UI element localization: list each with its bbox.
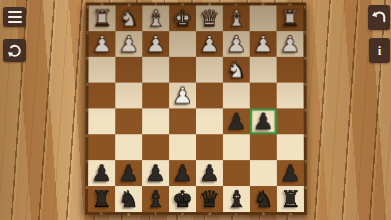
black-pawn: ♟ (253, 110, 274, 133)
black-pawn: ♟ (226, 110, 247, 133)
black-pawn: ♟ (172, 162, 193, 185)
square-c2[interactable]: ♟ (223, 31, 250, 57)
white-queen: ♛ (199, 7, 220, 30)
square-f6[interactable] (142, 134, 169, 160)
square-h2[interactable]: ♟ (89, 31, 116, 57)
square-h6[interactable] (88, 134, 115, 160)
white-bishop: ♝ (145, 7, 166, 30)
square-f4[interactable] (142, 83, 169, 109)
white-pawn: ♟ (226, 33, 247, 56)
square-h3[interactable] (88, 57, 115, 83)
white-pawn: ♟ (145, 33, 166, 56)
square-g2[interactable]: ♟ (115, 31, 142, 57)
square-d7[interactable]: ♟ (196, 160, 223, 186)
square-e5[interactable] (169, 108, 196, 134)
square-c1[interactable]: ♝ (223, 5, 250, 31)
black-pawn: ♟ (199, 162, 220, 185)
info-icon: i (378, 44, 382, 57)
white-rook: ♜ (280, 7, 301, 30)
square-a2[interactable]: ♟ (277, 31, 304, 57)
black-rook: ♜ (280, 188, 301, 211)
black-queen: ♛ (199, 188, 220, 211)
black-knight: ♞ (253, 188, 274, 211)
square-c5[interactable]: ♟ (223, 108, 250, 134)
square-h7[interactable]: ♟ (88, 160, 115, 186)
square-g4[interactable] (115, 83, 142, 109)
square-b8[interactable]: ♞ (250, 186, 277, 212)
square-g7[interactable]: ♟ (115, 160, 142, 186)
black-rook: ♜ (91, 188, 112, 211)
square-f2[interactable]: ♟ (142, 31, 169, 57)
square-d1[interactable]: ♛ (196, 5, 223, 31)
black-pawn: ♟ (145, 162, 166, 185)
square-c4[interactable] (223, 83, 250, 109)
black-pawn: ♟ (91, 162, 112, 185)
square-h4[interactable] (88, 83, 115, 109)
chess-board-frame: ♜♞♝♚♛♝♜♟♟♟♟♟♟♟♞♟♟♟♟♟♟♟♟♟♜♞♝♚♛♝♞♜ hgfedcb… (85, 2, 307, 215)
square-a5[interactable] (277, 108, 304, 134)
white-pawn: ♟ (280, 33, 301, 56)
square-a1[interactable]: ♜ (276, 5, 303, 31)
square-e6[interactable] (169, 134, 196, 160)
square-a6[interactable] (277, 134, 304, 160)
square-e8[interactable]: ♚ (169, 186, 196, 212)
square-b4[interactable] (250, 83, 277, 109)
black-knight: ♞ (118, 188, 139, 211)
square-e3[interactable] (169, 57, 196, 83)
info-button[interactable]: i (369, 38, 390, 63)
square-h8[interactable]: ♜ (88, 186, 115, 212)
square-e1[interactable]: ♚ (169, 5, 196, 31)
square-g6[interactable] (115, 134, 142, 160)
square-a7[interactable]: ♟ (277, 160, 304, 186)
white-knight: ♞ (119, 7, 140, 30)
file-labels-bottom: hgfedcba (88, 212, 304, 215)
rotate-arrow-icon (7, 43, 23, 59)
square-b3[interactable] (250, 57, 277, 83)
menu-button[interactable] (3, 7, 26, 27)
white-pawn: ♟ (199, 33, 220, 56)
square-f7[interactable]: ♟ (142, 160, 169, 186)
white-pawn: ♟ (119, 33, 140, 56)
flip-board-button[interactable] (3, 39, 26, 62)
undo-arrow-icon (371, 9, 388, 26)
square-a8[interactable]: ♜ (277, 186, 304, 212)
square-d6[interactable] (196, 134, 223, 160)
black-bishop: ♝ (226, 188, 247, 211)
square-h1[interactable]: ♜ (89, 5, 116, 31)
square-d2[interactable]: ♟ (196, 31, 223, 57)
chess-board[interactable]: ♜♞♝♚♛♝♜♟♟♟♟♟♟♟♞♟♟♟♟♟♟♟♟♟♜♞♝♚♛♝♞♜ (88, 5, 304, 212)
white-pawn: ♟ (253, 33, 274, 56)
square-c7[interactable] (223, 160, 250, 186)
white-rook: ♜ (92, 7, 113, 30)
square-f1[interactable]: ♝ (142, 5, 169, 31)
square-g8[interactable]: ♞ (115, 186, 142, 212)
square-g3[interactable] (115, 57, 142, 83)
square-d8[interactable]: ♛ (196, 186, 223, 212)
black-pawn: ♟ (118, 162, 139, 185)
square-c6[interactable] (223, 134, 250, 160)
square-c8[interactable]: ♝ (223, 186, 250, 212)
black-bishop: ♝ (145, 188, 166, 211)
square-f3[interactable] (142, 57, 169, 83)
square-b1[interactable] (250, 5, 277, 31)
app-screen: i ♜♞♝♚♛♝♜♟♟♟♟♟♟♟♞♟♟♟♟♟♟♟♟♟♜♞♝♚♛♝♞♜ hgfed… (0, 0, 391, 220)
square-d3[interactable] (196, 57, 223, 83)
square-a3[interactable] (277, 57, 304, 83)
black-king: ♚ (172, 188, 193, 211)
black-pawn: ♟ (280, 162, 301, 185)
square-g5[interactable] (115, 108, 142, 134)
white-bishop: ♝ (226, 7, 247, 30)
square-b5[interactable]: ♟ (250, 108, 277, 134)
white-knight: ♞ (226, 58, 247, 81)
square-f5[interactable] (142, 108, 169, 134)
square-b6[interactable] (250, 134, 277, 160)
square-g1[interactable]: ♞ (115, 5, 142, 31)
square-e2[interactable] (169, 31, 196, 57)
square-a4[interactable] (277, 83, 304, 109)
undo-button[interactable] (368, 5, 390, 30)
hamburger-icon (8, 11, 22, 14)
square-f8[interactable]: ♝ (142, 186, 169, 212)
white-pawn: ♟ (92, 33, 113, 56)
square-e7[interactable]: ♟ (169, 160, 196, 186)
square-d4[interactable] (196, 83, 223, 109)
square-e4[interactable]: ♟ (169, 83, 196, 109)
white-king: ♚ (172, 7, 193, 30)
white-pawn: ♟ (172, 84, 193, 107)
square-b2[interactable]: ♟ (250, 31, 277, 57)
square-d5[interactable] (196, 108, 223, 134)
square-h5[interactable] (88, 108, 115, 134)
square-b7[interactable] (250, 160, 277, 186)
square-c3[interactable]: ♞ (223, 57, 250, 83)
